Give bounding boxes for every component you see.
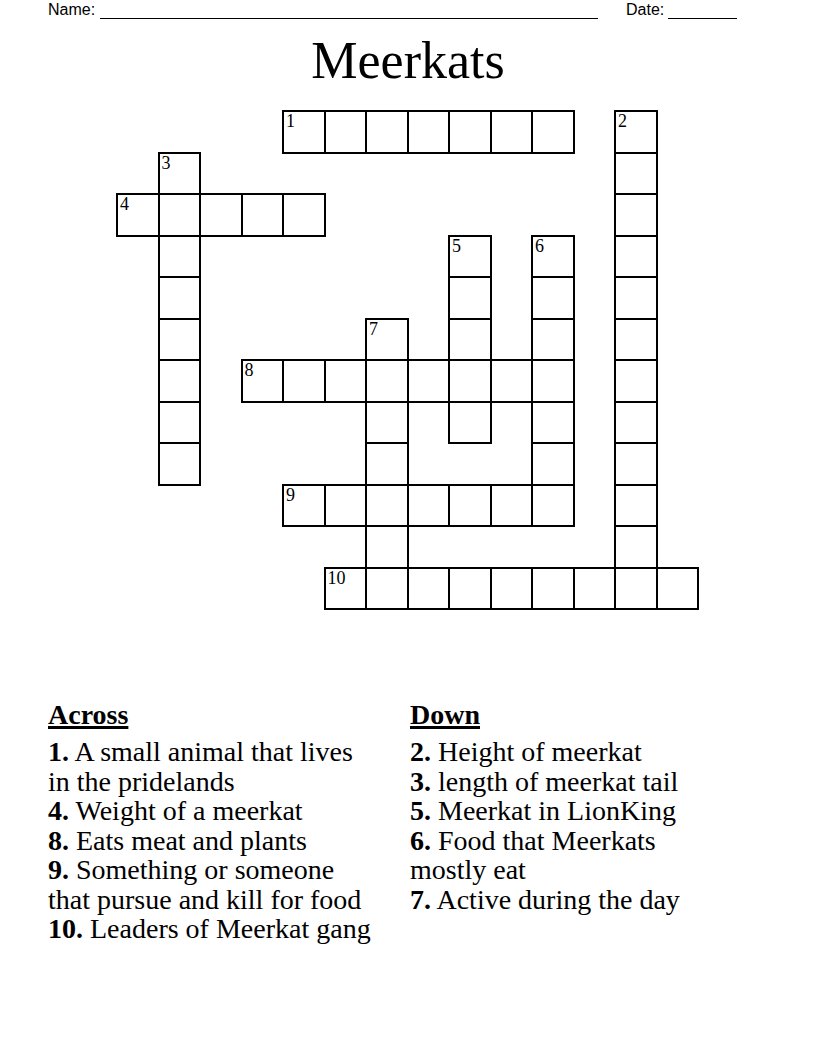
grid-cell-r4c8[interactable] <box>448 276 492 320</box>
grid-cell-r1c12[interactable] <box>614 152 658 196</box>
across-clue-10: 10. Leaders of Meerkat gang <box>48 914 378 944</box>
grid-cell-r0c8[interactable] <box>448 110 492 154</box>
across-clue-8: 8. Eats meat and plants <box>48 826 378 856</box>
grid-cell-r4c10[interactable] <box>531 276 575 320</box>
grid-cell-r2c0[interactable]: 4 <box>116 193 160 237</box>
grid-cell-r6c8[interactable] <box>448 359 492 403</box>
across-clue-list: 1. A small animal that lives in the prid… <box>48 737 378 944</box>
grid-cell-r2c1[interactable] <box>158 193 202 237</box>
grid-cell-r11c6[interactable] <box>365 567 409 611</box>
crossword-worksheet: Name: Date: Meerkats 12345678910 Across … <box>0 0 816 1056</box>
grid-cell-r6c5[interactable] <box>324 359 368 403</box>
down-heading: Down <box>410 700 702 730</box>
grid-cell-r11c8[interactable] <box>448 567 492 611</box>
puzzle-title: Meerkats <box>0 35 816 87</box>
grid-cell-r11c13[interactable] <box>656 567 700 611</box>
grid-cell-r9c4[interactable]: 9 <box>282 484 326 528</box>
grid-cell-r11c11[interactable] <box>573 567 617 611</box>
grid-cell-r9c8[interactable] <box>448 484 492 528</box>
grid-cell-r2c4[interactable] <box>282 193 326 237</box>
grid-cell-r7c6[interactable] <box>365 401 409 445</box>
clue-number-8: 8 <box>245 361 254 380</box>
date-label: Date: <box>626 0 664 20</box>
clue-number-4: 4 <box>120 195 129 214</box>
down-clue-2: 2. Height of meerkat <box>410 737 702 767</box>
grid-cell-r6c4[interactable] <box>282 359 326 403</box>
across-clue-1: 1. A small animal that lives in the prid… <box>48 737 378 796</box>
clue-number-10: 10 <box>328 569 346 588</box>
grid-cell-r9c7[interactable] <box>407 484 451 528</box>
grid-cell-r6c3[interactable]: 8 <box>241 359 285 403</box>
grid-cell-r6c7[interactable] <box>407 359 451 403</box>
grid-cell-r7c10[interactable] <box>531 401 575 445</box>
grid-cell-r5c8[interactable] <box>448 318 492 362</box>
grid-cell-r6c9[interactable] <box>490 359 534 403</box>
name-input-line[interactable] <box>100 1 598 19</box>
grid-cell-r7c8[interactable] <box>448 401 492 445</box>
grid-cell-r8c10[interactable] <box>531 442 575 486</box>
grid-cell-r2c3[interactable] <box>241 193 285 237</box>
clues-section: Across 1. A small animal that lives in t… <box>48 700 702 944</box>
down-clue-7: 7. Active during the day <box>410 885 702 915</box>
grid-cell-r3c1[interactable] <box>158 235 202 279</box>
grid-cell-r6c12[interactable] <box>614 359 658 403</box>
clue-number-5: 5 <box>452 237 461 256</box>
down-clue-5: 5. Meerkat in LionKing <box>410 796 702 826</box>
grid-cell-r0c4[interactable]: 1 <box>282 110 326 154</box>
date-input-line[interactable] <box>668 1 737 19</box>
clue-number-9: 9 <box>286 486 295 505</box>
across-clue-9: 9. Something or someone that pursue and … <box>48 855 378 914</box>
grid-cell-r11c10[interactable] <box>531 567 575 611</box>
grid-cell-r9c6[interactable] <box>365 484 409 528</box>
grid-cell-r0c10[interactable] <box>531 110 575 154</box>
grid-cell-r8c1[interactable] <box>158 442 202 486</box>
grid-cell-r6c10[interactable] <box>531 359 575 403</box>
grid-cell-r0c9[interactable] <box>490 110 534 154</box>
grid-cell-r1c1[interactable]: 3 <box>158 152 202 196</box>
grid-cell-r11c12[interactable] <box>614 567 658 611</box>
grid-cell-r5c12[interactable] <box>614 318 658 362</box>
grid-cell-r0c6[interactable] <box>365 110 409 154</box>
grid-cell-r10c12[interactable] <box>614 525 658 569</box>
grid-cell-r8c12[interactable] <box>614 442 658 486</box>
clue-number-1: 1 <box>286 112 295 131</box>
grid-cell-r11c5[interactable]: 10 <box>324 567 368 611</box>
grid-cell-r9c10[interactable] <box>531 484 575 528</box>
across-clue-4: 4. Weight of a meerkat <box>48 796 378 826</box>
grid-cell-r9c12[interactable] <box>614 484 658 528</box>
down-clue-6: 6. Food that Meerkats mostly eat <box>410 826 702 885</box>
grid-cell-r4c12[interactable] <box>614 276 658 320</box>
crossword-grid: 12345678910 <box>117 111 698 609</box>
grid-cell-r3c10[interactable]: 6 <box>531 235 575 279</box>
across-clues-column: Across 1. A small animal that lives in t… <box>48 700 378 944</box>
clue-number-3: 3 <box>162 154 171 173</box>
grid-cell-r4c1[interactable] <box>158 276 202 320</box>
grid-cell-r2c2[interactable] <box>199 193 243 237</box>
grid-cell-r6c1[interactable] <box>158 359 202 403</box>
grid-cell-r10c6[interactable] <box>365 525 409 569</box>
down-clue-list: 2. Height of meerkat3. length of meerkat… <box>410 737 702 914</box>
grid-cell-r5c6[interactable]: 7 <box>365 318 409 362</box>
down-clues-column: Down 2. Height of meerkat3. length of me… <box>410 700 702 914</box>
down-clue-3: 3. length of meerkat tail <box>410 767 702 797</box>
name-label: Name: <box>48 0 95 20</box>
grid-cell-r0c5[interactable] <box>324 110 368 154</box>
grid-cell-r9c5[interactable] <box>324 484 368 528</box>
grid-cell-r0c12[interactable]: 2 <box>614 110 658 154</box>
grid-cell-r5c1[interactable] <box>158 318 202 362</box>
grid-cell-r11c7[interactable] <box>407 567 451 611</box>
grid-cell-r3c8[interactable]: 5 <box>448 235 492 279</box>
clue-number-2: 2 <box>618 112 627 131</box>
grid-cell-r3c12[interactable] <box>614 235 658 279</box>
grid-cell-r0c7[interactable] <box>407 110 451 154</box>
grid-cell-r5c10[interactable] <box>531 318 575 362</box>
grid-cell-r7c12[interactable] <box>614 401 658 445</box>
clue-number-6: 6 <box>535 237 544 256</box>
grid-cell-r8c6[interactable] <box>365 442 409 486</box>
grid-cell-r9c9[interactable] <box>490 484 534 528</box>
grid-cell-r7c1[interactable] <box>158 401 202 445</box>
clue-number-7: 7 <box>369 320 378 339</box>
across-heading: Across <box>48 700 378 730</box>
grid-cell-r11c9[interactable] <box>490 567 534 611</box>
grid-cell-r6c6[interactable] <box>365 359 409 403</box>
grid-cell-r2c12[interactable] <box>614 193 658 237</box>
